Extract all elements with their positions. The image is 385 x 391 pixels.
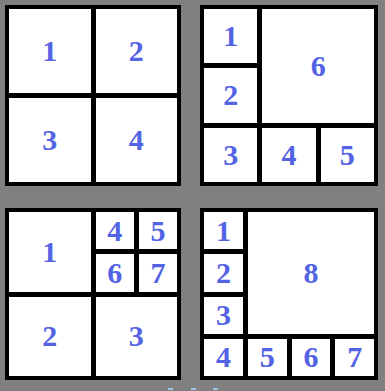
seven-cell-4: 4 [96, 212, 134, 249]
six-cell-1: 1 [204, 9, 257, 63]
eight-cell-8: 8 [248, 212, 374, 334]
eight-cell-2: 2 [204, 254, 243, 291]
cropped-caption-artifact [168, 388, 173, 390]
seven-cell-7: 7 [139, 254, 177, 291]
eight-cell-5: 5 [248, 339, 287, 376]
seven-cell-3: 3 [96, 297, 178, 377]
four-cell-2: 2 [96, 9, 178, 93]
eight-cell-3: 3 [204, 297, 243, 334]
square-dissection-diagram: 1 2 3 4 1 6 2 3 4 5 1 4 5 6 7 2 3 1 8 2 … [0, 0, 385, 391]
seven-cell-2: 2 [9, 297, 91, 377]
eight-cell-7: 7 [335, 339, 374, 376]
cropped-caption-artifact [191, 388, 196, 390]
eight-cell-6: 6 [292, 339, 331, 376]
seven-cell-1: 1 [9, 212, 91, 292]
seven-cell-6: 6 [96, 254, 134, 291]
four-cell-1: 1 [9, 9, 91, 93]
four-cell-3: 3 [9, 98, 91, 182]
eight-cell-4: 4 [204, 339, 243, 376]
six-cell-6: 6 [262, 9, 374, 123]
panel-six-squares: 1 6 2 3 4 5 [200, 5, 378, 186]
six-cell-2: 2 [204, 68, 257, 122]
panel-eight-squares: 1 8 2 3 4 5 6 7 [200, 208, 378, 380]
cropped-caption-artifact [213, 388, 218, 390]
six-cell-3: 3 [204, 128, 257, 182]
eight-cell-1: 1 [204, 212, 243, 249]
four-cell-4: 4 [96, 98, 178, 182]
panel-seven-squares: 1 4 5 6 7 2 3 [5, 208, 181, 380]
six-cell-4: 4 [262, 128, 315, 182]
seven-cell-5: 5 [139, 212, 177, 249]
six-cell-5: 5 [321, 128, 374, 182]
panel-four-squares: 1 2 3 4 [5, 5, 181, 186]
